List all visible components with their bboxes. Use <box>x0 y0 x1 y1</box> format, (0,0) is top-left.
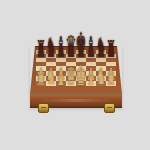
square-g1 <box>96 81 106 86</box>
square-f1 <box>86 81 96 86</box>
square-h1 <box>106 81 116 86</box>
brass-latch-right <box>104 103 115 113</box>
square-d1 <box>66 81 76 86</box>
frame-back-edge <box>30 46 122 47</box>
square-e1 <box>76 81 86 86</box>
square-b1 <box>46 81 56 86</box>
square-a1 <box>36 81 46 86</box>
square-c1 <box>56 81 66 86</box>
product-photo: ♜♞♝♛♚♝♞♜♟♟♟♟♟♟♟♟♟♟♟♟♟♟♟♟♜♞♝♛♚♝♞♜ <box>0 0 150 150</box>
brass-latch-left <box>38 103 49 113</box>
wood-grain-highlight <box>39 99 113 102</box>
board-frame <box>30 46 122 94</box>
chess-board <box>36 50 116 86</box>
folding-chess-box <box>30 46 122 107</box>
